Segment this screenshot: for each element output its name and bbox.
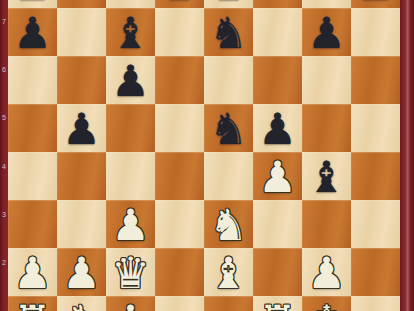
square-b8[interactable] <box>57 0 106 8</box>
square-a7[interactable]: ♟ <box>8 8 57 56</box>
square-b4[interactable] <box>57 152 106 200</box>
rank-label-5: 5 <box>0 114 8 121</box>
square-h5[interactable] <box>351 104 400 152</box>
square-g4[interactable]: ♝ <box>302 152 351 200</box>
square-e2[interactable]: ♝ <box>204 248 253 296</box>
piece-white-pawn-g2[interactable]: ♟ <box>302 248 351 296</box>
square-g5[interactable] <box>302 104 351 152</box>
square-e1[interactable] <box>204 296 253 311</box>
piece-black-pawn-a7[interactable]: ♟ <box>8 8 57 56</box>
square-f1[interactable]: ♜ <box>253 296 302 311</box>
square-c7[interactable]: ♝ <box>106 8 155 56</box>
square-f6[interactable] <box>253 56 302 104</box>
square-e5[interactable]: ♞ <box>204 104 253 152</box>
square-c3[interactable]: ♟ <box>106 200 155 248</box>
square-e8[interactable]: ♚ <box>204 0 253 8</box>
frame-right-border <box>400 0 414 311</box>
square-h6[interactable] <box>351 56 400 104</box>
square-h2[interactable] <box>351 248 400 296</box>
square-d4[interactable] <box>155 152 204 200</box>
piece-white-pawn-a2[interactable]: ♟ <box>8 248 57 296</box>
square-b6[interactable] <box>57 56 106 104</box>
square-h4[interactable] <box>351 152 400 200</box>
piece-white-knight-b1[interactable]: ♞ <box>57 296 106 311</box>
piece-black-rook-a8[interactable]: ♜ <box>8 0 57 8</box>
square-a5[interactable] <box>8 104 57 152</box>
square-h1[interactable] <box>351 296 400 311</box>
piece-white-rook-f1[interactable]: ♜ <box>253 296 302 311</box>
square-c6[interactable]: ♟ <box>106 56 155 104</box>
piece-white-pawn-c3[interactable]: ♟ <box>106 200 155 248</box>
piece-white-rook-a1[interactable]: ♜ <box>8 296 57 311</box>
piece-black-bishop-c7[interactable]: ♝ <box>106 8 155 56</box>
square-h8[interactable]: ♜ <box>351 0 400 8</box>
square-e4[interactable] <box>204 152 253 200</box>
square-g2[interactable]: ♟ <box>302 248 351 296</box>
chess-board-widget: ♜♛♚♜♟♝♞♟♟♟♞♟♟♝♟♞♟♟♛♝♟♜♞♝♜♚ 765432 <box>0 0 414 311</box>
square-f2[interactable] <box>253 248 302 296</box>
square-d2[interactable] <box>155 248 204 296</box>
piece-black-knight-e7[interactable]: ♞ <box>204 8 253 56</box>
square-d6[interactable] <box>155 56 204 104</box>
square-d5[interactable] <box>155 104 204 152</box>
square-b3[interactable] <box>57 200 106 248</box>
piece-black-pawn-g7[interactable]: ♟ <box>302 8 351 56</box>
square-b2[interactable]: ♟ <box>57 248 106 296</box>
piece-white-queen-c2[interactable]: ♛ <box>106 248 155 296</box>
piece-black-bishop-g4[interactable]: ♝ <box>302 152 351 200</box>
square-b7[interactable] <box>57 8 106 56</box>
rank-label-7: 7 <box>0 18 8 25</box>
rank-label-6: 6 <box>0 66 8 73</box>
square-g3[interactable] <box>302 200 351 248</box>
piece-white-pawn-f4[interactable]: ♟ <box>253 152 302 200</box>
piece-black-king-e8[interactable]: ♚ <box>204 0 253 8</box>
square-a1[interactable]: ♜ <box>8 296 57 311</box>
rank-label-3: 3 <box>0 211 8 218</box>
square-d1[interactable] <box>155 296 204 311</box>
square-f5[interactable]: ♟ <box>253 104 302 152</box>
square-g6[interactable] <box>302 56 351 104</box>
piece-white-knight-e3[interactable]: ♞ <box>204 200 253 248</box>
square-h7[interactable] <box>351 8 400 56</box>
square-d8[interactable]: ♛ <box>155 0 204 8</box>
square-c8[interactable] <box>106 0 155 8</box>
square-a3[interactable] <box>8 200 57 248</box>
piece-white-bishop-c1[interactable]: ♝ <box>106 296 155 311</box>
square-c2[interactable]: ♛ <box>106 248 155 296</box>
square-a2[interactable]: ♟ <box>8 248 57 296</box>
piece-black-rook-h8[interactable]: ♜ <box>351 0 400 8</box>
square-e7[interactable]: ♞ <box>204 8 253 56</box>
piece-black-queen-d8[interactable]: ♛ <box>155 0 204 8</box>
square-a8[interactable]: ♜ <box>8 0 57 8</box>
square-e3[interactable]: ♞ <box>204 200 253 248</box>
piece-black-knight-e5[interactable]: ♞ <box>204 104 253 152</box>
square-a4[interactable] <box>8 152 57 200</box>
square-e6[interactable] <box>204 56 253 104</box>
square-c5[interactable] <box>106 104 155 152</box>
square-g1[interactable]: ♚ <box>302 296 351 311</box>
piece-white-pawn-b2[interactable]: ♟ <box>57 248 106 296</box>
square-b1[interactable]: ♞ <box>57 296 106 311</box>
chess-board[interactable]: ♜♛♚♜♟♝♞♟♟♟♞♟♟♝♟♞♟♟♛♝♟♜♞♝♜♚ <box>8 0 400 311</box>
square-a6[interactable] <box>8 56 57 104</box>
square-g7[interactable]: ♟ <box>302 8 351 56</box>
rank-label-4: 4 <box>0 163 8 170</box>
square-g8[interactable] <box>302 0 351 8</box>
piece-white-bishop-e2[interactable]: ♝ <box>204 248 253 296</box>
square-f7[interactable] <box>253 8 302 56</box>
square-b5[interactable]: ♟ <box>57 104 106 152</box>
square-f3[interactable] <box>253 200 302 248</box>
square-f4[interactable]: ♟ <box>253 152 302 200</box>
piece-black-pawn-b5[interactable]: ♟ <box>57 104 106 152</box>
square-c4[interactable] <box>106 152 155 200</box>
square-d7[interactable] <box>155 8 204 56</box>
square-c1[interactable]: ♝ <box>106 296 155 311</box>
square-h3[interactable] <box>351 200 400 248</box>
rank-label-2: 2 <box>0 259 8 266</box>
piece-black-pawn-f5[interactable]: ♟ <box>253 104 302 152</box>
piece-black-pawn-c6[interactable]: ♟ <box>106 56 155 104</box>
square-d3[interactable] <box>155 200 204 248</box>
piece-white-king-g1[interactable]: ♚ <box>302 296 351 311</box>
square-f8[interactable] <box>253 0 302 8</box>
